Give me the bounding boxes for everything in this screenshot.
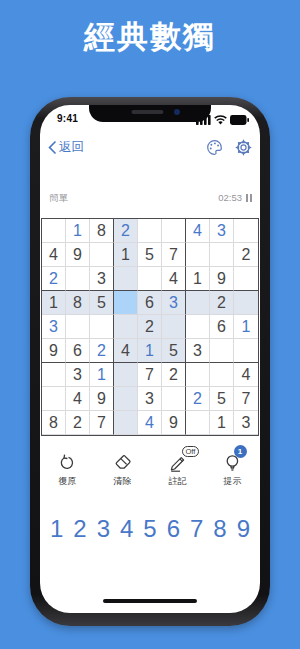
cell-r2-c2[interactable]: 9 (66, 243, 90, 267)
cell-r4-c6[interactable]: 3 (162, 291, 186, 315)
info-row: 簡單 02:53 (49, 192, 252, 205)
cell-r7-c2[interactable]: 3 (66, 363, 90, 387)
cell-r1-c1[interactable] (42, 219, 66, 243)
numpad-1[interactable]: 1 (50, 515, 63, 543)
cell-r9-c5[interactable]: 4 (138, 411, 162, 435)
cell-r7-c6[interactable]: 2 (162, 363, 186, 387)
cell-r9-c1[interactable]: 8 (42, 411, 66, 435)
cell-r6-c1[interactable]: 9 (42, 339, 66, 363)
chevron-left-icon (48, 141, 56, 154)
cell-r4-c1[interactable]: 1 (42, 291, 66, 315)
cell-r6-c3[interactable]: 2 (90, 339, 114, 363)
cell-r8-c3[interactable]: 9 (90, 387, 114, 411)
cell-r4-c5[interactable]: 6 (138, 291, 162, 315)
timer-text: 02:53 (218, 192, 242, 203)
cell-r7-c4[interactable] (114, 363, 138, 387)
cell-r9-c2[interactable]: 2 (66, 411, 90, 435)
cell-r9-c9[interactable]: 3 (234, 411, 258, 435)
cell-r4-c7[interactable] (186, 291, 210, 315)
cell-r6-c9[interactable] (234, 339, 258, 363)
numpad-6[interactable]: 6 (167, 515, 180, 543)
cell-r3-c2[interactable] (66, 267, 90, 291)
cell-r6-c2[interactable]: 6 (66, 339, 90, 363)
back-button[interactable]: 返回 (48, 139, 84, 156)
signal-icon (196, 115, 211, 125)
navbar: 返回 (48, 139, 252, 159)
cell-r6-c7[interactable]: 3 (186, 339, 210, 363)
cell-r8-c4[interactable] (114, 387, 138, 411)
cell-r9-c7[interactable] (186, 411, 210, 435)
sudoku-board: 1824349157223419185632326196241533172449… (41, 218, 259, 436)
cell-r8-c5[interactable]: 3 (138, 387, 162, 411)
cell-r7-c8[interactable] (210, 363, 234, 387)
cell-r8-c9[interactable]: 7 (234, 387, 258, 411)
numpad-9[interactable]: 9 (237, 515, 250, 543)
cell-r5-c1[interactable]: 3 (42, 315, 66, 339)
cell-r2-c7[interactable] (186, 243, 210, 267)
erase-button[interactable]: 清除 (95, 451, 150, 488)
cell-r9-c4[interactable] (114, 411, 138, 435)
cell-r4-c8[interactable]: 2 (210, 291, 234, 315)
cell-r2-c1[interactable]: 4 (42, 243, 66, 267)
cell-r6-c6[interactable]: 5 (162, 339, 186, 363)
cell-r1-c3[interactable]: 8 (90, 219, 114, 243)
erase-label: 清除 (114, 475, 132, 488)
cell-r5-c3[interactable] (90, 315, 114, 339)
cell-r4-c3[interactable]: 5 (90, 291, 114, 315)
cell-r2-c3[interactable] (90, 243, 114, 267)
cell-r7-c9[interactable]: 4 (234, 363, 258, 387)
front-camera (174, 109, 180, 115)
cell-r6-c4[interactable]: 4 (114, 339, 138, 363)
back-label: 返回 (59, 139, 84, 156)
number-pad: 1 2 3 4 5 6 7 8 9 (50, 515, 250, 543)
hint-button[interactable]: 1 提示 (205, 451, 260, 488)
cell-r2-c9[interactable]: 2 (234, 243, 258, 267)
cell-r4-c4[interactable] (114, 291, 138, 315)
cell-r8-c2[interactable]: 4 (66, 387, 90, 411)
cell-r1-c7[interactable]: 4 (186, 219, 210, 243)
undo-button[interactable]: 復原 (40, 451, 95, 488)
notes-button[interactable]: Off 註記 (150, 451, 205, 488)
cell-r1-c5[interactable] (138, 219, 162, 243)
cell-r6-c8[interactable] (210, 339, 234, 363)
home-indicator[interactable] (103, 599, 197, 604)
difficulty-label: 簡單 (49, 192, 68, 205)
cell-r2-c4[interactable]: 1 (114, 243, 138, 267)
eraser-icon (113, 452, 133, 472)
undo-label: 復原 (59, 475, 77, 488)
notes-label: 註記 (169, 475, 187, 488)
cell-r7-c7[interactable] (186, 363, 210, 387)
numpad-7[interactable]: 7 (190, 515, 203, 543)
cell-r8-c8[interactable]: 5 (210, 387, 234, 411)
cell-r8-c7[interactable]: 2 (186, 387, 210, 411)
hint-label: 提示 (224, 475, 242, 488)
screenshot-title: 經典數獨 (0, 16, 300, 58)
cell-r9-c8[interactable]: 1 (210, 411, 234, 435)
cell-r5-c7[interactable] (186, 315, 210, 339)
cell-r3-c3[interactable]: 3 (90, 267, 114, 291)
status-time: 9:41 (57, 113, 78, 124)
numpad-3[interactable]: 3 (97, 515, 110, 543)
cell-r3-c9[interactable] (234, 267, 258, 291)
cell-r7-c5[interactable]: 7 (138, 363, 162, 387)
hint-count-badge: 1 (234, 445, 247, 458)
cell-r1-c4[interactable]: 2 (114, 219, 138, 243)
cell-r6-c5[interactable]: 1 (138, 339, 162, 363)
cell-r8-c6[interactable] (162, 387, 186, 411)
app-screen: 9:41 (40, 105, 260, 613)
iphone-frame: 9:41 (30, 97, 270, 626)
cell-r3-c4[interactable] (114, 267, 138, 291)
cell-r3-c5[interactable] (138, 267, 162, 291)
palette-icon[interactable] (206, 139, 223, 156)
undo-icon (58, 452, 78, 472)
numpad-5[interactable]: 5 (143, 515, 156, 543)
battery-icon (230, 115, 249, 125)
cell-r5-c4[interactable] (114, 315, 138, 339)
numpad-2[interactable]: 2 (73, 515, 86, 543)
cell-r5-c5[interactable]: 2 (138, 315, 162, 339)
cell-r2-c8[interactable] (210, 243, 234, 267)
cell-r5-c9[interactable]: 1 (234, 315, 258, 339)
cell-r3-c6[interactable]: 4 (162, 267, 186, 291)
cell-r2-c5[interactable]: 5 (138, 243, 162, 267)
status-icons (196, 115, 249, 125)
cell-r4-c9[interactable] (234, 291, 258, 315)
cell-r7-c3[interactable]: 1 (90, 363, 114, 387)
pause-button[interactable] (246, 194, 252, 202)
notes-off-badge: Off (182, 446, 200, 457)
cell-r4-c2[interactable]: 8 (66, 291, 90, 315)
cell-r3-c1[interactable]: 2 (42, 267, 66, 291)
speaker-slot (131, 110, 163, 114)
cell-r9-c6[interactable]: 9 (162, 411, 186, 435)
cell-r1-c9[interactable] (234, 219, 258, 243)
numpad-8[interactable]: 8 (213, 515, 226, 543)
cell-r1-c2[interactable]: 1 (66, 219, 90, 243)
cell-r7-c1[interactable] (42, 363, 66, 387)
cell-r5-c8[interactable]: 6 (210, 315, 234, 339)
cell-r3-c7[interactable]: 1 (186, 267, 210, 291)
cell-r9-c3[interactable]: 7 (90, 411, 114, 435)
cell-r1-c6[interactable] (162, 219, 186, 243)
cell-r5-c6[interactable] (162, 315, 186, 339)
notch (89, 105, 211, 122)
numpad-4[interactable]: 4 (120, 515, 133, 543)
cell-r3-c8[interactable]: 9 (210, 267, 234, 291)
cell-r2-c6[interactable]: 7 (162, 243, 186, 267)
cell-r1-c8[interactable]: 3 (210, 219, 234, 243)
settings-gear-icon[interactable] (235, 139, 252, 156)
cell-r8-c1[interactable] (42, 387, 66, 411)
wifi-icon (214, 115, 227, 125)
cell-r5-c2[interactable] (66, 315, 90, 339)
toolbar: 復原 清除 (40, 451, 260, 488)
